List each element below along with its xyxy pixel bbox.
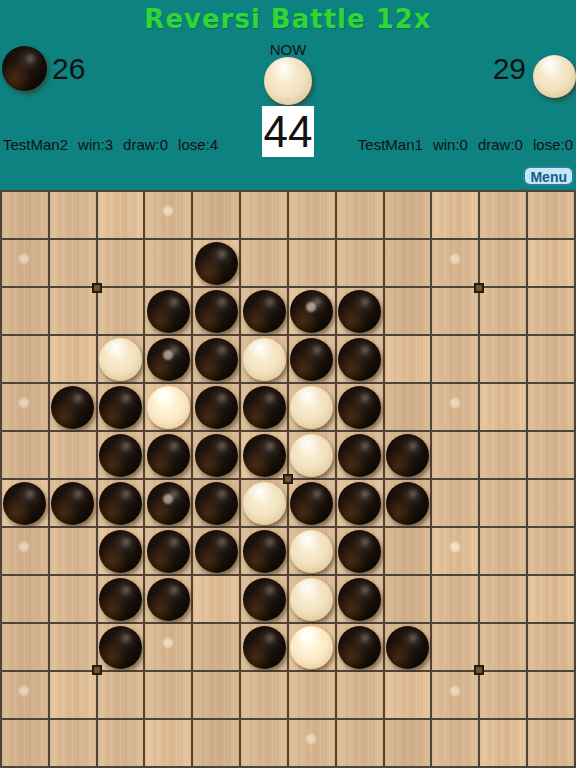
- cell-r5c2[interactable]: [98, 432, 144, 478]
- cell-r9c7[interactable]: [337, 624, 383, 670]
- cell-r11c7[interactable]: [337, 720, 383, 766]
- white-stone: [243, 482, 286, 525]
- black-stone: [147, 482, 190, 525]
- cell-r11c1[interactable]: [50, 720, 96, 766]
- cell-r1c11[interactable]: [528, 240, 574, 286]
- cell-r0c3[interactable]: [145, 192, 191, 238]
- cell-r4c7[interactable]: [337, 384, 383, 430]
- cell-r9c11[interactable]: [528, 624, 574, 670]
- black-stone: [386, 626, 429, 669]
- cell-r5c7[interactable]: [337, 432, 383, 478]
- cell-r11c9[interactable]: [432, 720, 478, 766]
- cell-r7c3[interactable]: [145, 528, 191, 574]
- cell-r8c4[interactable]: [193, 576, 239, 622]
- cell-r6c7[interactable]: [337, 480, 383, 526]
- cell-r6c5[interactable]: [241, 480, 287, 526]
- black-stone: [147, 434, 190, 477]
- cell-r1c0[interactable]: [2, 240, 48, 286]
- player-right-name: TestMan1: [358, 136, 423, 153]
- cell-r1c3[interactable]: [145, 240, 191, 286]
- black-stone: [51, 386, 94, 429]
- player-right-win: win:0: [433, 136, 468, 153]
- cell-r10c10[interactable]: [480, 672, 526, 718]
- cell-r9c10[interactable]: [480, 624, 526, 670]
- cell-r3c11[interactable]: [528, 336, 574, 382]
- cell-r8c2[interactable]: [98, 576, 144, 622]
- cell-r2c2[interactable]: [98, 288, 144, 334]
- cell-r5c3[interactable]: [145, 432, 191, 478]
- cell-r6c9[interactable]: [432, 480, 478, 526]
- move-counter: 44: [262, 106, 314, 157]
- cell-r11c10[interactable]: [480, 720, 526, 766]
- cell-r11c11[interactable]: [528, 720, 574, 766]
- cell-r10c7[interactable]: [337, 672, 383, 718]
- cell-r1c6[interactable]: [289, 240, 335, 286]
- cell-r10c1[interactable]: [50, 672, 96, 718]
- white-stone: [243, 338, 286, 381]
- cell-r11c4[interactable]: [193, 720, 239, 766]
- black-stone: [195, 482, 238, 525]
- cell-r0c11[interactable]: [528, 192, 574, 238]
- black-stone: [243, 386, 286, 429]
- cell-r10c5[interactable]: [241, 672, 287, 718]
- cell-r6c4[interactable]: [193, 480, 239, 526]
- cell-r11c8[interactable]: [385, 720, 431, 766]
- cell-r2c7[interactable]: [337, 288, 383, 334]
- cell-r3c8[interactable]: [385, 336, 431, 382]
- white-stone: [290, 386, 333, 429]
- star-point: [474, 665, 484, 675]
- cell-r2c11[interactable]: [528, 288, 574, 334]
- cell-r5c6[interactable]: [289, 432, 335, 478]
- cell-r8c11[interactable]: [528, 576, 574, 622]
- cell-r9c1[interactable]: [50, 624, 96, 670]
- cell-r5c4[interactable]: [193, 432, 239, 478]
- cell-r0c4[interactable]: [193, 192, 239, 238]
- cell-r5c1[interactable]: [50, 432, 96, 478]
- cell-r6c2[interactable]: [98, 480, 144, 526]
- cell-r2c3[interactable]: [145, 288, 191, 334]
- cell-r5c10[interactable]: [480, 432, 526, 478]
- cell-r10c0[interactable]: [2, 672, 48, 718]
- cell-r2c0[interactable]: [2, 288, 48, 334]
- cell-r1c7[interactable]: [337, 240, 383, 286]
- white-stone: [99, 338, 142, 381]
- player-right-stats: TestMan1 win:0 draw:0 lose:0: [358, 136, 573, 153]
- cell-r7c9[interactable]: [432, 528, 478, 574]
- cell-r11c6[interactable]: [289, 720, 335, 766]
- cell-r0c5[interactable]: [241, 192, 287, 238]
- cell-r3c6[interactable]: [289, 336, 335, 382]
- cell-r1c9[interactable]: [432, 240, 478, 286]
- black-stone: [290, 290, 333, 333]
- cell-r2c4[interactable]: [193, 288, 239, 334]
- player-left-stats: TestMan2 win:3 draw:0 lose:4: [3, 136, 218, 153]
- cell-r8c0[interactable]: [2, 576, 48, 622]
- cell-r10c9[interactable]: [432, 672, 478, 718]
- black-stone: [338, 578, 381, 621]
- cell-r3c3[interactable]: [145, 336, 191, 382]
- black-stone: [51, 482, 94, 525]
- cell-r8c9[interactable]: [432, 576, 478, 622]
- cell-r7c1[interactable]: [50, 528, 96, 574]
- black-stone: [338, 386, 381, 429]
- black-stone: [99, 434, 142, 477]
- black-stone: [386, 482, 429, 525]
- cell-r7c8[interactable]: [385, 528, 431, 574]
- cell-r2c6[interactable]: [289, 288, 335, 334]
- player-left-draw: draw:0: [123, 136, 168, 153]
- cell-r9c5[interactable]: [241, 624, 287, 670]
- cell-r4c6[interactable]: [289, 384, 335, 430]
- black-stone: [338, 338, 381, 381]
- header: Reversi Battle 12x 26 NOW 44 29 TestMan2…: [0, 0, 576, 190]
- cell-r9c9[interactable]: [432, 624, 478, 670]
- cell-r9c0[interactable]: [2, 624, 48, 670]
- now-label: NOW: [0, 41, 576, 58]
- black-stone: [99, 482, 142, 525]
- cell-r8c1[interactable]: [50, 576, 96, 622]
- cell-r7c7[interactable]: [337, 528, 383, 574]
- cell-r9c8[interactable]: [385, 624, 431, 670]
- cell-r1c2[interactable]: [98, 240, 144, 286]
- cell-r8c6[interactable]: [289, 576, 335, 622]
- black-stone: [147, 578, 190, 621]
- cell-r7c0[interactable]: [2, 528, 48, 574]
- cell-r7c2[interactable]: [98, 528, 144, 574]
- turn-indicator-stone-icon: [264, 57, 312, 105]
- black-stone: [195, 290, 238, 333]
- cell-r11c2[interactable]: [98, 720, 144, 766]
- menu-button[interactable]: Menu: [523, 166, 574, 186]
- player-left-lose: lose:4: [178, 136, 218, 153]
- star-point: [283, 474, 293, 484]
- cell-r5c9[interactable]: [432, 432, 478, 478]
- cell-r4c2[interactable]: [98, 384, 144, 430]
- star-point: [92, 665, 102, 675]
- cell-r5c11[interactable]: [528, 432, 574, 478]
- cell-r4c9[interactable]: [432, 384, 478, 430]
- cell-r1c4[interactable]: [193, 240, 239, 286]
- cell-r10c3[interactable]: [145, 672, 191, 718]
- cell-r3c10[interactable]: [480, 336, 526, 382]
- cell-r2c9[interactable]: [432, 288, 478, 334]
- white-stone: [290, 578, 333, 621]
- cell-r4c4[interactable]: [193, 384, 239, 430]
- cell-r11c5[interactable]: [241, 720, 287, 766]
- cell-r0c6[interactable]: [289, 192, 335, 238]
- cell-r2c1[interactable]: [50, 288, 96, 334]
- black-stone: [290, 482, 333, 525]
- cell-r3c4[interactable]: [193, 336, 239, 382]
- cell-r6c1[interactable]: [50, 480, 96, 526]
- page-title: Reversi Battle 12x: [0, 4, 576, 34]
- white-stone: [290, 626, 333, 669]
- black-stone: [243, 578, 286, 621]
- cell-r0c0[interactable]: [2, 192, 48, 238]
- cell-r4c3[interactable]: [145, 384, 191, 430]
- player-left-name: TestMan2: [3, 136, 68, 153]
- cell-r8c5[interactable]: [241, 576, 287, 622]
- cell-r9c3[interactable]: [145, 624, 191, 670]
- cell-r7c4[interactable]: [193, 528, 239, 574]
- cell-r3c5[interactable]: [241, 336, 287, 382]
- cell-r2c10[interactable]: [480, 288, 526, 334]
- cell-r10c6[interactable]: [289, 672, 335, 718]
- black-stone: [147, 530, 190, 573]
- cell-r10c2[interactable]: [98, 672, 144, 718]
- board: [0, 190, 576, 768]
- black-stone: [99, 626, 142, 669]
- cell-r4c0[interactable]: [2, 384, 48, 430]
- cell-r1c8[interactable]: [385, 240, 431, 286]
- black-stone: [243, 530, 286, 573]
- cell-r6c6[interactable]: [289, 480, 335, 526]
- black-stone: [195, 434, 238, 477]
- black-stone: [338, 290, 381, 333]
- black-stone: [243, 290, 286, 333]
- cell-r6c0[interactable]: [2, 480, 48, 526]
- cell-r3c7[interactable]: [337, 336, 383, 382]
- black-stone: [195, 338, 238, 381]
- cell-r11c3[interactable]: [145, 720, 191, 766]
- cell-r10c8[interactable]: [385, 672, 431, 718]
- player-right-lose: lose:0: [533, 136, 573, 153]
- cell-r8c3[interactable]: [145, 576, 191, 622]
- cell-r5c5[interactable]: [241, 432, 287, 478]
- black-stone: [195, 530, 238, 573]
- cell-r0c7[interactable]: [337, 192, 383, 238]
- black-stone: [290, 338, 333, 381]
- white-stone: [147, 386, 190, 429]
- player-left-win: win:3: [78, 136, 113, 153]
- cell-r9c4[interactable]: [193, 624, 239, 670]
- star-point: [474, 283, 484, 293]
- black-stone: [147, 290, 190, 333]
- black-stone: [99, 386, 142, 429]
- cell-r11c0[interactable]: [2, 720, 48, 766]
- cell-r7c5[interactable]: [241, 528, 287, 574]
- cell-r7c6[interactable]: [289, 528, 335, 574]
- cell-r4c8[interactable]: [385, 384, 431, 430]
- black-stone: [195, 242, 238, 285]
- cell-r5c8[interactable]: [385, 432, 431, 478]
- black-stone: [338, 434, 381, 477]
- black-stone: [3, 482, 46, 525]
- black-stone: [386, 434, 429, 477]
- cell-r8c8[interactable]: [385, 576, 431, 622]
- star-point: [92, 283, 102, 293]
- black-stone: [338, 482, 381, 525]
- black-stone: [243, 434, 286, 477]
- black-stone: [338, 530, 381, 573]
- white-score-stone-icon: [533, 55, 576, 98]
- cell-r6c3[interactable]: [145, 480, 191, 526]
- black-stone: [243, 626, 286, 669]
- cell-r8c10[interactable]: [480, 576, 526, 622]
- cell-r5c0[interactable]: [2, 432, 48, 478]
- white-score: 29: [493, 52, 526, 86]
- black-stone: [99, 530, 142, 573]
- cell-r4c11[interactable]: [528, 384, 574, 430]
- cell-r4c5[interactable]: [241, 384, 287, 430]
- black-stone: [338, 626, 381, 669]
- cell-r2c5[interactable]: [241, 288, 287, 334]
- cell-r9c6[interactable]: [289, 624, 335, 670]
- cell-r6c10[interactable]: [480, 480, 526, 526]
- cell-r3c0[interactable]: [2, 336, 48, 382]
- cell-r0c8[interactable]: [385, 192, 431, 238]
- cell-r6c8[interactable]: [385, 480, 431, 526]
- cell-r0c2[interactable]: [98, 192, 144, 238]
- cell-r4c10[interactable]: [480, 384, 526, 430]
- cell-r7c11[interactable]: [528, 528, 574, 574]
- cell-r6c11[interactable]: [528, 480, 574, 526]
- black-stone: [147, 338, 190, 381]
- cell-r8c7[interactable]: [337, 576, 383, 622]
- cell-r3c2[interactable]: [98, 336, 144, 382]
- cell-r10c11[interactable]: [528, 672, 574, 718]
- cell-r3c1[interactable]: [50, 336, 96, 382]
- cell-r0c1[interactable]: [50, 192, 96, 238]
- cell-r0c9[interactable]: [432, 192, 478, 238]
- cell-r1c1[interactable]: [50, 240, 96, 286]
- cell-r10c4[interactable]: [193, 672, 239, 718]
- cell-r7c10[interactable]: [480, 528, 526, 574]
- cell-r9c2[interactable]: [98, 624, 144, 670]
- black-stone: [99, 578, 142, 621]
- cell-r4c1[interactable]: [50, 384, 96, 430]
- white-stone: [290, 434, 333, 477]
- cell-r1c10[interactable]: [480, 240, 526, 286]
- cell-r0c10[interactable]: [480, 192, 526, 238]
- white-stone: [290, 530, 333, 573]
- black-stone: [195, 386, 238, 429]
- player-right-draw: draw:0: [478, 136, 523, 153]
- cell-r3c9[interactable]: [432, 336, 478, 382]
- cell-r1c5[interactable]: [241, 240, 287, 286]
- cell-r2c8[interactable]: [385, 288, 431, 334]
